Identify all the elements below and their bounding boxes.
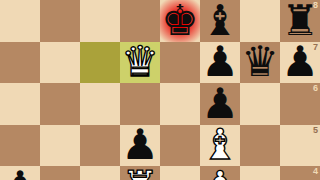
square-g4[interactable] [240,166,280,180]
piece-white-bishop[interactable]: ♝ [200,125,240,167]
piece-black-queen[interactable]: ♛ [240,42,280,84]
piece-black-king[interactable]: ♚ [160,0,200,42]
square-a4[interactable]: ♟ [0,166,40,180]
piece-white-queen[interactable]: ♛ [120,42,160,84]
square-g8[interactable] [240,0,280,42]
piece-black-pawn[interactable]: ♟ [120,125,160,167]
rank-label-4: 4 [313,166,318,176]
square-b4[interactable] [40,166,80,180]
square-h4[interactable]: 4 [280,166,320,180]
square-b6[interactable] [40,83,80,125]
piece-black-pawn[interactable]: ♟ [200,83,240,125]
square-a7[interactable] [0,42,40,84]
rank-label-5: 5 [313,125,318,135]
chess-board: ♚♝♜8♛♟♛♟7♟6♟♝5♟♜♟4 [0,0,320,180]
square-e7[interactable] [160,42,200,84]
square-c6[interactable] [80,83,120,125]
square-c4[interactable] [80,166,120,180]
square-f7[interactable]: ♟ [200,42,240,84]
square-a5[interactable] [0,125,40,167]
square-d8[interactable] [120,0,160,42]
square-e8[interactable]: ♚ [160,0,200,42]
square-d7[interactable]: ♛ [120,42,160,84]
piece-black-bishop[interactable]: ♝ [200,0,240,42]
square-e4[interactable] [160,166,200,180]
square-h8[interactable]: ♜8 [280,0,320,42]
square-g6[interactable] [240,83,280,125]
square-b8[interactable] [40,0,80,42]
square-f4[interactable]: ♟ [200,166,240,180]
square-d6[interactable] [120,83,160,125]
square-g5[interactable] [240,125,280,167]
square-a6[interactable] [0,83,40,125]
square-g7[interactable]: ♛ [240,42,280,84]
square-b7[interactable] [40,42,80,84]
square-d5[interactable]: ♟ [120,125,160,167]
square-h5[interactable]: 5 [280,125,320,167]
square-c8[interactable] [80,0,120,42]
rank-label-6: 6 [313,83,318,93]
square-e6[interactable] [160,83,200,125]
square-f6[interactable]: ♟ [200,83,240,125]
square-d4[interactable]: ♜ [120,166,160,180]
square-c7[interactable] [80,42,120,84]
square-e5[interactable] [160,125,200,167]
rank-label-7: 7 [313,42,318,52]
square-f5[interactable]: ♝ [200,125,240,167]
rank-label-8: 8 [313,0,318,10]
square-a8[interactable] [0,0,40,42]
square-b5[interactable] [40,125,80,167]
last-move-highlight [80,42,120,84]
piece-black-pawn[interactable]: ♟ [200,42,240,84]
square-c5[interactable] [80,125,120,167]
square-h7[interactable]: ♟7 [280,42,320,84]
piece-white-rook[interactable]: ♜ [120,166,160,180]
piece-white-pawn[interactable]: ♟ [200,166,240,180]
piece-black-pawn[interactable]: ♟ [0,166,40,180]
square-h6[interactable]: 6 [280,83,320,125]
square-f8[interactable]: ♝ [200,0,240,42]
